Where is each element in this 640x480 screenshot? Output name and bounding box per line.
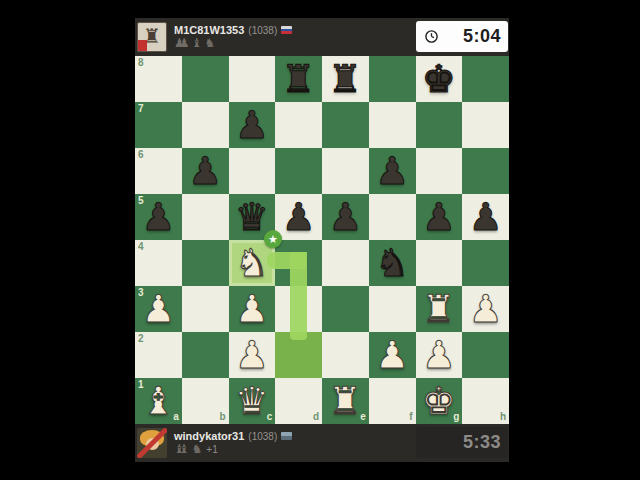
square-a8[interactable]: 8 [135, 56, 182, 102]
square-f6[interactable]: ♟ [369, 148, 416, 194]
rank-label-8: 8 [138, 58, 144, 68]
square-f2[interactable]: ♟ [369, 332, 416, 378]
square-c3[interactable]: ♟ [229, 286, 276, 332]
square-f7[interactable] [369, 102, 416, 148]
white-pawn-a3[interactable]: ♟ [135, 286, 182, 332]
black-pawn-f6[interactable]: ♟ [369, 148, 416, 194]
bottom-player-captured-pieces: ♝♝♞+1 [174, 443, 292, 456]
square-a2[interactable]: 2 [135, 332, 182, 378]
black-pawn-a5[interactable]: ♟ [135, 194, 182, 240]
square-b4[interactable] [182, 240, 229, 286]
square-f3[interactable] [369, 286, 416, 332]
square-e1[interactable]: e♜ [322, 378, 369, 424]
black-pawn-c7[interactable]: ♟ [229, 102, 276, 148]
square-b5[interactable] [182, 194, 229, 240]
black-pawn-d5[interactable]: ♟ [275, 194, 322, 240]
square-g7[interactable] [416, 102, 463, 148]
top-player-avatar[interactable]: ♜ [137, 22, 167, 52]
white-rook-g3[interactable]: ♜ [416, 286, 463, 332]
bottom-clock-time: 5:33 [463, 432, 501, 453]
black-pawn-g5[interactable]: ♟ [416, 194, 463, 240]
square-d2[interactable] [275, 332, 322, 378]
top-player-name: M1C81W1353 [174, 24, 244, 36]
square-g3[interactable]: ♜ [416, 286, 463, 332]
square-d5[interactable]: ♟ [275, 194, 322, 240]
square-h1[interactable]: h [462, 378, 509, 424]
square-h6[interactable] [462, 148, 509, 194]
material-advantage: +1 [206, 444, 217, 455]
square-g2[interactable]: ♟ [416, 332, 463, 378]
white-rook-e1[interactable]: ♜ [322, 378, 369, 424]
top-player-captured-pieces: ♟♟♝♞ [174, 37, 292, 50]
white-pawn-c2[interactable]: ♟ [229, 332, 276, 378]
square-b1[interactable]: b [182, 378, 229, 424]
bottom-player-clock: 5:33 [416, 427, 508, 458]
black-pawn-b6[interactable]: ♟ [182, 148, 229, 194]
square-c8[interactable] [229, 56, 276, 102]
white-knight-c4[interactable]: ♞ [229, 240, 276, 286]
file-label-f: f [409, 412, 412, 422]
square-f5[interactable] [369, 194, 416, 240]
square-a5[interactable]: 5♟ [135, 194, 182, 240]
square-a4[interactable]: 4 [135, 240, 182, 286]
square-b2[interactable] [182, 332, 229, 378]
square-b8[interactable] [182, 56, 229, 102]
square-a6[interactable]: 6 [135, 148, 182, 194]
square-g4[interactable] [416, 240, 463, 286]
square-d4[interactable] [275, 240, 322, 286]
captured-bishop-icon: ♝ [179, 443, 190, 456]
square-c2[interactable]: ♟ [229, 332, 276, 378]
square-c1[interactable]: c♛ [229, 378, 276, 424]
captured-knight-icon: ♞ [204, 37, 215, 50]
square-c7[interactable]: ♟ [229, 102, 276, 148]
white-pawn-h3[interactable]: ♟ [462, 286, 509, 332]
top-player-rating: (1038) [248, 25, 277, 36]
square-e7[interactable] [322, 102, 369, 148]
square-g8[interactable]: ♚ [416, 56, 463, 102]
black-pawn-h5[interactable]: ♟ [462, 194, 509, 240]
square-c6[interactable] [229, 148, 276, 194]
square-a7[interactable]: 7 [135, 102, 182, 148]
square-d7[interactable] [275, 102, 322, 148]
rank-label-7: 7 [138, 104, 144, 114]
square-d1[interactable]: d [275, 378, 322, 424]
top-player-flag-icon [281, 26, 292, 34]
square-e2[interactable] [322, 332, 369, 378]
captured-bishop-icon: ♝ [192, 37, 203, 50]
black-pawn-e5[interactable]: ♟ [322, 194, 369, 240]
file-label-d: d [313, 412, 319, 422]
square-h2[interactable] [462, 332, 509, 378]
bottom-player-flag-icon [281, 432, 292, 440]
white-pawn-c3[interactable]: ♟ [229, 286, 276, 332]
bottom-player-avatar[interactable] [137, 428, 167, 458]
square-e5[interactable]: ♟ [322, 194, 369, 240]
square-b6[interactable]: ♟ [182, 148, 229, 194]
black-rook-d8[interactable]: ♜ [275, 56, 322, 102]
square-g6[interactable] [416, 148, 463, 194]
bottom-player-rating: (1038) [248, 431, 277, 442]
top-clock-time: 5:04 [463, 26, 501, 47]
rank-label-2: 2 [138, 334, 144, 344]
rank-label-4: 4 [138, 242, 144, 252]
bottom-player-name: windykator31 [174, 430, 244, 442]
square-e8[interactable]: ♜ [322, 56, 369, 102]
square-f4[interactable]: ♞ [369, 240, 416, 286]
white-pawn-g2[interactable]: ♟ [416, 332, 463, 378]
square-c5[interactable]: ♛ [229, 194, 276, 240]
square-a3[interactable]: 3♟ [135, 286, 182, 332]
player-bar-top: ♜ M1C81W1353 (1038) ♟♟♝♞ 5:04 [135, 18, 509, 56]
square-f8[interactable] [369, 56, 416, 102]
chess-board[interactable]: 8♜♜♚7♟6♟♟5♟♛♟♟♟♟4♞♞3♟♟♜♟2♟♟♟1a♝bc♛de♜fg♚… [135, 56, 509, 424]
black-queen-c5[interactable]: ♛ [229, 194, 276, 240]
file-label-b: b [219, 412, 225, 422]
black-knight-f4[interactable]: ♞ [369, 240, 416, 286]
square-d6[interactable] [275, 148, 322, 194]
clock-icon [424, 29, 439, 44]
square-b3[interactable] [182, 286, 229, 332]
square-h7[interactable] [462, 102, 509, 148]
top-player-clock: 5:04 [416, 21, 508, 52]
square-h4[interactable] [462, 240, 509, 286]
square-d3[interactable] [275, 286, 322, 332]
square-f1[interactable]: f [369, 378, 416, 424]
square-g1[interactable]: g♚ [416, 378, 463, 424]
file-label-h: h [500, 412, 506, 422]
white-bishop-a1[interactable]: ♝ [135, 378, 182, 424]
black-king-g8[interactable]: ♚ [416, 56, 463, 102]
black-rook-e8[interactable]: ♜ [322, 56, 369, 102]
square-h5[interactable]: ♟ [462, 194, 509, 240]
square-h3[interactable]: ♟ [462, 286, 509, 332]
square-d8[interactable]: ♜ [275, 56, 322, 102]
square-b7[interactable] [182, 102, 229, 148]
app-content: ♜ M1C81W1353 (1038) ♟♟♝♞ 5:04 [135, 18, 509, 462]
rank-label-6: 6 [138, 150, 144, 160]
square-a1[interactable]: 1a♝ [135, 378, 182, 424]
square-e4[interactable] [322, 240, 369, 286]
captured-knight-icon: ♞ [192, 443, 203, 456]
captured-pawn-icon: ♟ [179, 37, 190, 50]
square-c4[interactable]: ♞ [229, 240, 276, 286]
white-king-g1[interactable]: ♚ [416, 378, 463, 424]
screen: ♜ M1C81W1353 (1038) ♟♟♝♞ 5:04 [0, 0, 640, 480]
square-g5[interactable]: ♟ [416, 194, 463, 240]
square-e3[interactable] [322, 286, 369, 332]
player-bar-bottom: windykator31 (1038) ♝♝♞+1 5:33 [135, 424, 509, 462]
square-e6[interactable] [322, 148, 369, 194]
white-queen-c1[interactable]: ♛ [229, 378, 276, 424]
square-h8[interactable] [462, 56, 509, 102]
white-pawn-f2[interactable]: ♟ [369, 332, 416, 378]
